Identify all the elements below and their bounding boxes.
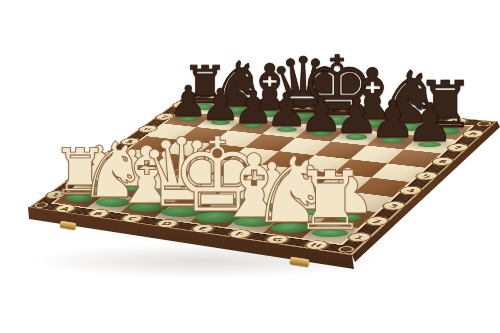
product-photo: AA88BB77CC66DD55EE44FF33GG22HH11 ♜♞♝♛♚♝♞…	[0, 0, 500, 333]
black-pawn-glyph: ♟	[406, 97, 454, 150]
corner-rosette	[475, 121, 494, 127]
brass-latch[interactable]	[60, 221, 77, 230]
corner-rosette	[32, 202, 51, 209]
white-rook-glyph: ♜	[294, 160, 367, 241]
